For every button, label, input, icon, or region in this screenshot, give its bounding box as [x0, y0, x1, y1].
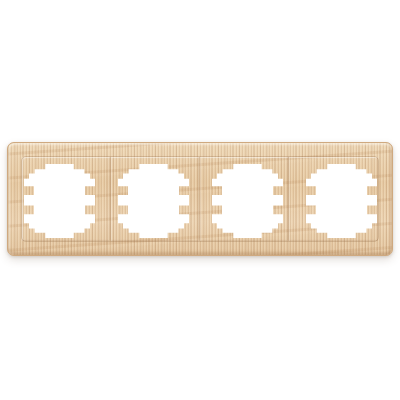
wooden-switch-frame — [7, 142, 393, 256]
module-opening-2 — [118, 164, 189, 238]
module-opening-4 — [306, 164, 377, 238]
module-opening-1 — [24, 164, 95, 238]
product-photo — [0, 0, 400, 400]
module-opening-3 — [212, 164, 283, 238]
